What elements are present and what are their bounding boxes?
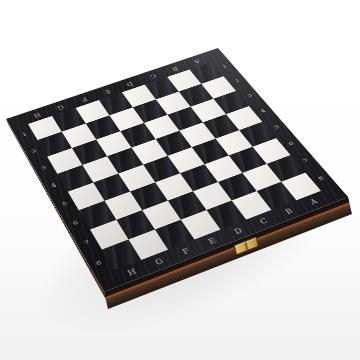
- rank-label-left-3-text: 3: [40, 165, 47, 171]
- file-label-bottom-h-text: H: [126, 268, 137, 277]
- rank-label-right-8-text: 8: [317, 175, 325, 181]
- file-label-bottom-e-text: E: [207, 237, 217, 245]
- rank-label-right-6-text: 6: [287, 141, 295, 147]
- rank-label-right-5-text: 5: [273, 124, 281, 130]
- rank-label-left-5-text: 5: [61, 201, 68, 208]
- rank-label-left-2-text: 2: [31, 148, 38, 154]
- file-label-top-a-text: A: [193, 58, 201, 64]
- rank-label-right-2-text: 2: [234, 78, 241, 83]
- file-label-top-e-text: E: [103, 88, 111, 94]
- file-label-top-d-text: D: [126, 80, 135, 86]
- rank-label-right-4-text: 4: [259, 108, 266, 114]
- rank-label-left-4-text: 4: [51, 183, 58, 189]
- rank-label-right-1-text: 1: [221, 64, 228, 69]
- file-label-bottom-a-text: A: [309, 198, 319, 206]
- rank-label-left-7-text: 7: [83, 239, 91, 246]
- file-label-bottom-c-text: C: [259, 217, 269, 225]
- file-label-top-b-text: B: [170, 66, 178, 72]
- rank-label-right-3-text: 3: [246, 93, 253, 98]
- rank-label-left-6-text: 6: [72, 220, 79, 227]
- rank-label-left-1-text: 1: [21, 132, 28, 138]
- file-label-bottom-d-text: D: [233, 227, 244, 235]
- rank-label-right-7-text: 7: [302, 158, 310, 164]
- file-label-bottom-g-text: G: [154, 257, 164, 266]
- file-label-top-f-text: F: [80, 96, 88, 102]
- file-label-top-c-text: C: [148, 73, 156, 79]
- file-label-bottom-b-text: B: [284, 208, 294, 216]
- file-label-bottom-f-text: F: [181, 247, 191, 255]
- file-label-top-g-text: G: [56, 104, 65, 110]
- file-label-top-h-text: H: [32, 111, 41, 118]
- rank-label-left-8-text: 8: [95, 260, 103, 267]
- product-photo-scene: HGFEDCBA1122334455667788HGFEDCBA: [0, 0, 360, 360]
